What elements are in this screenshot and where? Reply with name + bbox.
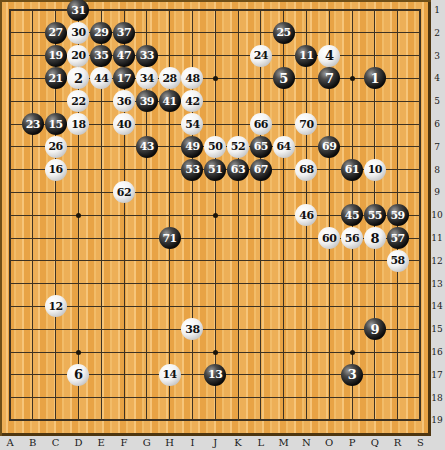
stone-number: 11 xyxy=(299,49,313,62)
stone: 38 xyxy=(181,318,203,340)
stone: 22 xyxy=(67,90,89,112)
stone: 51 xyxy=(204,159,226,181)
stone: 41 xyxy=(159,90,181,112)
grid-line xyxy=(9,329,421,330)
stone: 14 xyxy=(159,364,181,386)
stone: 18 xyxy=(67,113,89,135)
row-label: 9 xyxy=(429,185,445,199)
stone: 3 xyxy=(341,364,363,386)
stone-number: 65 xyxy=(254,140,268,153)
row-label: 8 xyxy=(429,163,445,177)
star-point xyxy=(76,350,81,355)
stone-number: 10 xyxy=(368,163,382,176)
stone-number: 49 xyxy=(185,140,199,153)
stone-number: 23 xyxy=(26,117,40,130)
stone: 61 xyxy=(341,159,363,181)
stone: 52 xyxy=(227,136,249,158)
stone: 9 xyxy=(364,318,386,340)
column-label: D xyxy=(68,436,88,450)
stone-number: 25 xyxy=(276,26,290,39)
stone: 10 xyxy=(364,159,386,181)
stone: 7 xyxy=(318,67,340,89)
stone-number: 12 xyxy=(48,299,62,312)
stone: 34 xyxy=(136,67,158,89)
go-diagram: 1234567891011121314151617181920212223242… xyxy=(0,0,445,450)
stone: 57 xyxy=(387,227,409,249)
star-point xyxy=(76,213,81,218)
stone: 45 xyxy=(341,204,363,226)
row-label: 12 xyxy=(429,254,445,268)
stone-number: 20 xyxy=(71,49,85,62)
stone: 2 xyxy=(67,67,89,89)
stone: 50 xyxy=(204,136,226,158)
grid-line xyxy=(419,9,421,421)
stone-number: 71 xyxy=(162,231,176,244)
stone-number: 64 xyxy=(276,140,290,153)
row-label: 18 xyxy=(429,391,445,405)
stone-number: 34 xyxy=(140,71,154,84)
stone: 12 xyxy=(45,295,67,317)
stone-number: 33 xyxy=(140,49,154,62)
grid-line xyxy=(9,260,421,261)
column-label: E xyxy=(91,436,111,450)
stone: 8 xyxy=(364,227,386,249)
stone: 25 xyxy=(273,22,295,44)
stone-number: 30 xyxy=(71,26,85,39)
row-label: 16 xyxy=(429,345,445,359)
column-label: N xyxy=(296,436,316,450)
star-point xyxy=(213,76,218,81)
column-label: P xyxy=(342,436,362,450)
star-point xyxy=(213,350,218,355)
stone: 63 xyxy=(227,159,249,181)
stone-number: 28 xyxy=(162,71,176,84)
stone-number: 54 xyxy=(185,117,199,130)
stone-number: 16 xyxy=(48,163,62,176)
stone-number: 38 xyxy=(185,322,199,335)
stone-number: 37 xyxy=(117,26,131,39)
stone: 56 xyxy=(341,227,363,249)
stone: 70 xyxy=(295,113,317,135)
column-label: M xyxy=(274,436,294,450)
grid-line xyxy=(260,9,261,421)
stone: 29 xyxy=(90,22,112,44)
stone: 44 xyxy=(90,67,112,89)
stone-number: 13 xyxy=(208,368,222,381)
stone: 31 xyxy=(67,0,89,21)
stone: 33 xyxy=(136,45,158,67)
column-label: K xyxy=(228,436,248,450)
stone-number: 53 xyxy=(185,163,199,176)
stone: 15 xyxy=(45,113,67,135)
row-label: 14 xyxy=(429,299,445,313)
column-label: A xyxy=(0,436,20,450)
stone: 55 xyxy=(364,204,386,226)
stone-number: 67 xyxy=(254,163,268,176)
stone: 48 xyxy=(181,67,203,89)
stone: 5 xyxy=(273,67,295,89)
stone-number: 2 xyxy=(74,70,83,85)
stone-number: 41 xyxy=(162,94,176,107)
row-label: 4 xyxy=(429,71,445,85)
stone-number: 55 xyxy=(368,208,382,221)
stone-number: 5 xyxy=(279,70,288,85)
grid-line xyxy=(9,306,421,307)
row-label: 2 xyxy=(429,26,445,40)
stone: 16 xyxy=(45,159,67,181)
stone-number: 15 xyxy=(48,117,62,130)
stone-number: 57 xyxy=(390,231,404,244)
grid-line xyxy=(9,283,421,284)
grid-line xyxy=(9,419,421,421)
row-label: 1 xyxy=(429,3,445,17)
stone-number: 62 xyxy=(117,185,131,198)
stone: 58 xyxy=(387,250,409,272)
row-label: 13 xyxy=(429,277,445,291)
stone-number: 4 xyxy=(325,48,334,63)
stone-number: 48 xyxy=(185,71,199,84)
stone-number: 26 xyxy=(48,140,62,153)
stone-number: 63 xyxy=(231,163,245,176)
stone-number: 17 xyxy=(117,71,131,84)
column-label: Q xyxy=(365,436,385,450)
stone-number: 14 xyxy=(162,368,176,381)
stone: 71 xyxy=(159,227,181,249)
stone-number: 36 xyxy=(117,94,131,107)
stone-number: 51 xyxy=(208,163,222,176)
stone: 60 xyxy=(318,227,340,249)
stone: 65 xyxy=(250,136,272,158)
stone: 30 xyxy=(67,22,89,44)
stone-number: 19 xyxy=(48,49,62,62)
column-label: C xyxy=(46,436,66,450)
row-label: 17 xyxy=(429,368,445,382)
column-label: L xyxy=(251,436,271,450)
column-label: S xyxy=(410,436,430,450)
stone: 37 xyxy=(113,22,135,44)
stone-number: 70 xyxy=(299,117,313,130)
stone: 47 xyxy=(113,45,135,67)
stone-number: 44 xyxy=(94,71,108,84)
stone: 46 xyxy=(295,204,317,226)
stone: 19 xyxy=(45,45,67,67)
stone-number: 46 xyxy=(299,208,313,221)
stone-number: 50 xyxy=(208,140,222,153)
stone-number: 21 xyxy=(48,71,62,84)
star-point xyxy=(213,213,218,218)
star-point xyxy=(350,76,355,81)
row-label: 15 xyxy=(429,322,445,336)
grid-line xyxy=(9,397,421,398)
stone-number: 59 xyxy=(390,208,404,221)
stone: 62 xyxy=(113,181,135,203)
column-label: H xyxy=(160,436,180,450)
stone: 21 xyxy=(45,67,67,89)
stone-number: 69 xyxy=(322,140,336,153)
stone: 28 xyxy=(159,67,181,89)
column-label: O xyxy=(319,436,339,450)
stone-number: 1 xyxy=(371,70,380,85)
stone: 36 xyxy=(113,90,135,112)
stone: 49 xyxy=(181,136,203,158)
stone-number: 29 xyxy=(94,26,108,39)
stone: 13 xyxy=(204,364,226,386)
stone: 64 xyxy=(273,136,295,158)
stone: 35 xyxy=(90,45,112,67)
stone-number: 39 xyxy=(140,94,154,107)
row-label: 3 xyxy=(429,49,445,63)
stone: 43 xyxy=(136,136,158,158)
stone-number: 56 xyxy=(345,231,359,244)
stone: 66 xyxy=(250,113,272,135)
stone: 69 xyxy=(318,136,340,158)
stone: 17 xyxy=(113,67,135,89)
row-label: 7 xyxy=(429,140,445,154)
stone: 23 xyxy=(22,113,44,135)
star-point xyxy=(350,350,355,355)
stone-number: 61 xyxy=(345,163,359,176)
row-label: 11 xyxy=(429,231,445,245)
stone-number: 45 xyxy=(345,208,359,221)
stone-number: 3 xyxy=(348,367,357,382)
stone-number: 24 xyxy=(254,49,268,62)
stone: 27 xyxy=(45,22,67,44)
stone-number: 58 xyxy=(390,254,404,267)
stone: 53 xyxy=(181,159,203,181)
stone: 42 xyxy=(181,90,203,112)
column-label: J xyxy=(205,436,225,450)
stone: 59 xyxy=(387,204,409,226)
stone: 1 xyxy=(364,67,386,89)
stone-number: 52 xyxy=(231,140,245,153)
stone-number: 31 xyxy=(71,3,85,16)
stone-number: 8 xyxy=(371,230,380,245)
stone-number: 22 xyxy=(71,94,85,107)
row-label: 19 xyxy=(429,413,445,427)
stone-number: 6 xyxy=(74,367,83,382)
stone-number: 47 xyxy=(117,49,131,62)
stone: 40 xyxy=(113,113,135,135)
stone-number: 66 xyxy=(254,117,268,130)
stone-number: 7 xyxy=(325,70,334,85)
stone-number: 9 xyxy=(371,321,380,336)
stone-number: 27 xyxy=(48,26,62,39)
stone: 68 xyxy=(295,159,317,181)
column-label: R xyxy=(388,436,408,450)
stone: 20 xyxy=(67,45,89,67)
row-label: 10 xyxy=(429,208,445,222)
column-label: B xyxy=(23,436,43,450)
stone: 11 xyxy=(295,45,317,67)
stone-number: 68 xyxy=(299,163,313,176)
stone-number: 43 xyxy=(140,140,154,153)
stone: 26 xyxy=(45,136,67,158)
stone: 6 xyxy=(67,364,89,386)
column-label: F xyxy=(114,436,134,450)
stone: 54 xyxy=(181,113,203,135)
stone: 24 xyxy=(250,45,272,67)
stone-number: 18 xyxy=(71,117,85,130)
row-label: 5 xyxy=(429,94,445,108)
grid-line xyxy=(238,9,239,421)
stone: 67 xyxy=(250,159,272,181)
stone-number: 35 xyxy=(94,49,108,62)
stone-number: 40 xyxy=(117,117,131,130)
stone-number: 60 xyxy=(322,231,336,244)
stone: 4 xyxy=(318,45,340,67)
row-label: 6 xyxy=(429,117,445,131)
column-label: I xyxy=(182,436,202,450)
stone: 39 xyxy=(136,90,158,112)
go-board: 1234567891011121314151617181920212223242… xyxy=(0,0,431,436)
column-label: G xyxy=(137,436,157,450)
stone-number: 42 xyxy=(185,94,199,107)
